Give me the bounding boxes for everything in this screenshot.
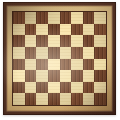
square-r3c3 (36, 35, 48, 47)
square-r3c5 (60, 35, 72, 47)
square-r5c3 (36, 59, 48, 71)
square-r2c2 (25, 24, 37, 36)
square-r1c4 (48, 12, 60, 24)
square-r4c7 (83, 47, 95, 59)
square-r5c2 (25, 59, 37, 71)
square-r6c6 (71, 70, 83, 82)
square-r3c2 (25, 35, 37, 47)
square-r3c4 (48, 35, 60, 47)
square-r7c5 (60, 82, 72, 94)
square-r6c8 (94, 70, 106, 82)
square-r4c1 (13, 47, 25, 59)
square-r2c3 (36, 24, 48, 36)
square-r3c7 (83, 35, 95, 47)
board-frame (3, 2, 116, 115)
square-r5c7 (83, 59, 95, 71)
board-grid (12, 11, 107, 106)
square-r7c1 (13, 82, 25, 94)
square-r2c8 (94, 24, 106, 36)
square-r7c4 (48, 82, 60, 94)
square-r6c5 (60, 70, 72, 82)
square-r4c8 (94, 47, 106, 59)
square-r4c6 (71, 47, 83, 59)
square-r8c5 (60, 93, 72, 105)
square-r7c6 (71, 82, 83, 94)
square-r8c4 (48, 93, 60, 105)
square-r5c8 (94, 59, 106, 71)
square-r5c5 (60, 59, 72, 71)
square-r6c4 (48, 70, 60, 82)
square-r2c5 (60, 24, 72, 36)
square-r2c7 (83, 24, 95, 36)
square-r8c2 (25, 93, 37, 105)
square-r1c2 (25, 12, 37, 24)
square-r2c6 (71, 24, 83, 36)
square-r1c3 (36, 12, 48, 24)
square-r8c7 (83, 93, 95, 105)
square-r8c6 (71, 93, 83, 105)
square-r8c1 (13, 93, 25, 105)
square-r3c8 (94, 35, 106, 47)
square-r3c6 (71, 35, 83, 47)
square-r3c1 (13, 35, 25, 47)
square-r6c1 (13, 70, 25, 82)
square-r4c5 (60, 47, 72, 59)
square-r4c3 (36, 47, 48, 59)
square-r5c4 (48, 59, 60, 71)
chess-board (3, 2, 116, 115)
square-r4c4 (48, 47, 60, 59)
square-r4c2 (25, 47, 37, 59)
square-r1c7 (83, 12, 95, 24)
square-r2c4 (48, 24, 60, 36)
square-r7c3 (36, 82, 48, 94)
square-r8c3 (36, 93, 48, 105)
square-r1c1 (13, 12, 25, 24)
square-r6c7 (83, 70, 95, 82)
square-r6c3 (36, 70, 48, 82)
square-r7c2 (25, 82, 37, 94)
square-r1c6 (71, 12, 83, 24)
square-r7c7 (83, 82, 95, 94)
chessboard-photo (0, 0, 120, 120)
board-border-band (7, 6, 112, 111)
square-r2c1 (13, 24, 25, 36)
square-r1c5 (60, 12, 72, 24)
square-r5c6 (71, 59, 83, 71)
square-r1c8 (94, 12, 106, 24)
square-r5c1 (13, 59, 25, 71)
square-r8c8 (94, 93, 106, 105)
square-r6c2 (25, 70, 37, 82)
square-r7c8 (94, 82, 106, 94)
